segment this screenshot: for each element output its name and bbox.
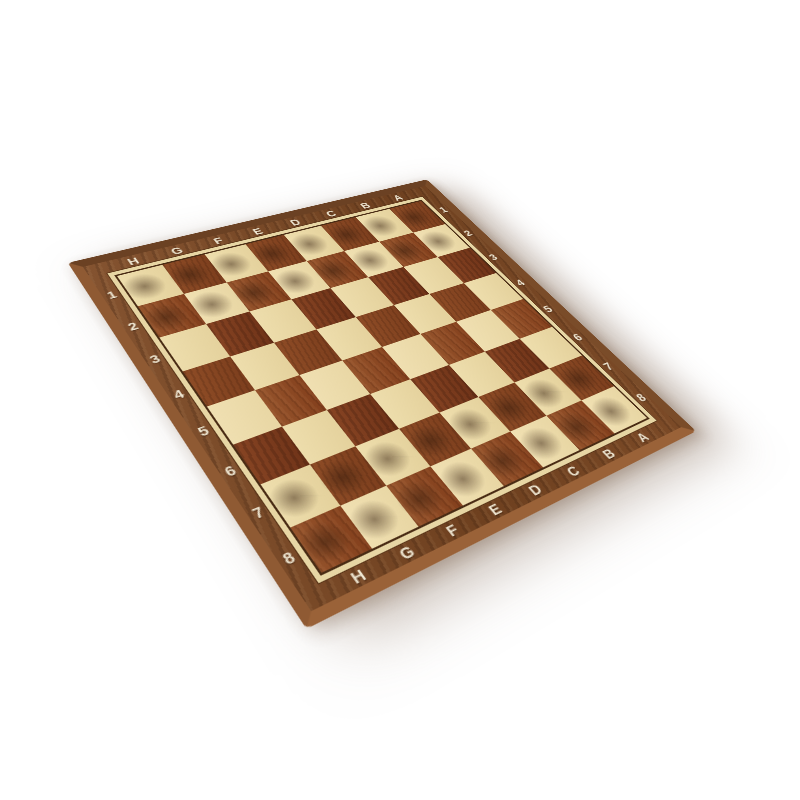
rank-label-right-5: 5 xyxy=(540,303,555,314)
file-label-near-B: B xyxy=(599,445,619,461)
file-label-near-D: D xyxy=(525,481,546,499)
rank-label-left-5: 5 xyxy=(194,423,212,439)
file-label-near-A: A xyxy=(632,429,652,445)
rank-label-left-1: 1 xyxy=(104,288,119,301)
rank-label-left-4: 4 xyxy=(170,386,187,401)
file-label-near-H: H xyxy=(346,565,369,587)
photo-stage: HH11GG22FF33EE44DD55CC66BB77AA88♜♞♝♛♚♝♞♜… xyxy=(0,0,800,800)
rank-label-left-8: 8 xyxy=(278,547,298,567)
file-label-near-E: E xyxy=(484,500,505,518)
board-plane: HH11GG22FF33EE44DD55CC66BB77AA88♜♞♝♛♚♝♞♜… xyxy=(68,179,696,629)
rank-label-right-3: 3 xyxy=(486,252,501,262)
file-label-near-G: G xyxy=(395,542,418,563)
file-label-near-C: C xyxy=(563,462,583,479)
rank-label-right-4: 4 xyxy=(512,277,527,288)
piece-glyph: ♟ xyxy=(143,254,200,318)
piece-glyph: ♞ xyxy=(291,453,370,542)
rank-label-left-7: 7 xyxy=(249,503,268,522)
file-label-near-F: F xyxy=(442,521,462,540)
rank-label-left-3: 3 xyxy=(147,352,163,366)
rank-label-left-6: 6 xyxy=(221,462,239,480)
rank-label-left-2: 2 xyxy=(125,319,141,333)
